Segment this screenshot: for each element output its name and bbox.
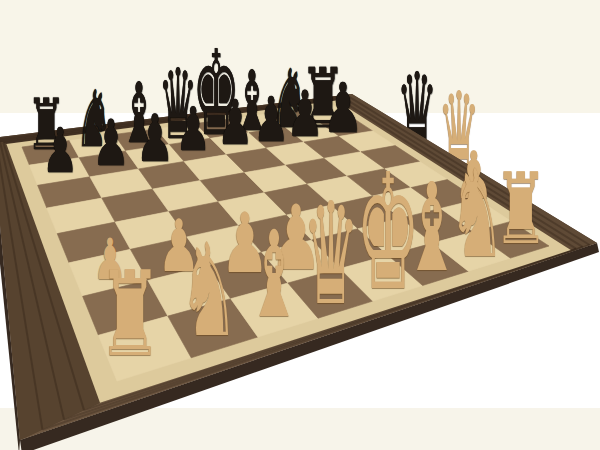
piece-black-pawn: ♟ (92, 112, 130, 176)
piece-black-pawn: ♟ (136, 106, 175, 172)
piece-white-king: ♚ (356, 153, 421, 313)
piece-black-pawn: ♟ (286, 83, 324, 147)
piece-white-rook: ♜ (97, 256, 162, 374)
piece-white-bishop: ♝ (246, 215, 302, 334)
piece-white-queen: ♛ (303, 184, 360, 325)
piece-black-pawn: ♟ (253, 89, 290, 151)
piece-black-pawn: ♟ (217, 92, 254, 154)
pieces-layer: ♞♜♝♟♚♟♛♟♝♟♞♜♟♟♟♟♟♜♞♝♟♟♟♟♚♛♝♞♜ (0, 0, 600, 450)
piece-white-knight: ♞ (179, 227, 239, 356)
chess-product-photo: ♛♛ ♞♜♝♟♚♟♛♟♝♟♞♜♟♟♟♟♟♜♞♝♟♟♟♟♚♛♝♞♜ (0, 0, 600, 450)
piece-black-pawn: ♟ (175, 99, 211, 159)
piece-black-pawn: ♟ (323, 74, 364, 143)
piece-black-pawn: ♟ (42, 120, 79, 182)
